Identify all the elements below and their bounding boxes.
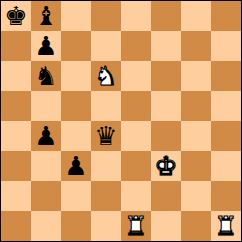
square-b2[interactable] xyxy=(31,181,61,211)
square-h4[interactable] xyxy=(211,121,241,151)
white-knight-piece[interactable]: ♞ xyxy=(94,61,117,91)
square-f3[interactable]: ♚ xyxy=(151,151,181,181)
square-g6[interactable] xyxy=(181,61,211,91)
square-f2[interactable] xyxy=(151,181,181,211)
square-f8[interactable] xyxy=(151,1,181,31)
square-d5[interactable] xyxy=(91,91,121,121)
square-g8[interactable] xyxy=(181,1,211,31)
square-d7[interactable] xyxy=(91,31,121,61)
square-b3[interactable] xyxy=(31,151,61,181)
square-e2[interactable] xyxy=(121,181,151,211)
square-h8[interactable] xyxy=(211,1,241,31)
square-d4[interactable]: ♛ xyxy=(91,121,121,151)
square-d3[interactable] xyxy=(91,151,121,181)
square-c2[interactable] xyxy=(61,181,91,211)
square-d1[interactable] xyxy=(91,211,121,241)
black-pawn-piece[interactable]: ♟ xyxy=(64,151,87,181)
square-c5[interactable] xyxy=(61,91,91,121)
square-e5[interactable] xyxy=(121,91,151,121)
square-b8[interactable]: ♝ xyxy=(31,1,61,31)
black-bishop-piece[interactable]: ♝ xyxy=(34,1,57,31)
square-f5[interactable] xyxy=(151,91,181,121)
square-g3[interactable] xyxy=(181,151,211,181)
square-a7[interactable] xyxy=(1,31,31,61)
square-a5[interactable] xyxy=(1,91,31,121)
square-d8[interactable] xyxy=(91,1,121,31)
square-b6[interactable]: ♞ xyxy=(31,61,61,91)
square-c7[interactable] xyxy=(61,31,91,61)
black-queen-piece[interactable]: ♛ xyxy=(94,121,117,151)
square-h2[interactable] xyxy=(211,181,241,211)
square-g7[interactable] xyxy=(181,31,211,61)
square-c8[interactable] xyxy=(61,1,91,31)
square-g2[interactable] xyxy=(181,181,211,211)
square-b5[interactable] xyxy=(31,91,61,121)
square-h1[interactable]: ♜ xyxy=(211,211,241,241)
square-h3[interactable] xyxy=(211,151,241,181)
square-f4[interactable] xyxy=(151,121,181,151)
square-a8[interactable]: ♚ xyxy=(1,1,31,31)
square-h7[interactable] xyxy=(211,31,241,61)
square-a3[interactable] xyxy=(1,151,31,181)
square-b4[interactable]: ♟ xyxy=(31,121,61,151)
chess-board: ♚♝♟♞♞♟♛♟♚♜♜ xyxy=(0,0,242,242)
square-g1[interactable] xyxy=(181,211,211,241)
square-f7[interactable] xyxy=(151,31,181,61)
black-king-piece[interactable]: ♚ xyxy=(4,1,27,31)
white-rook-piece[interactable]: ♜ xyxy=(124,211,147,241)
square-d6[interactable]: ♞ xyxy=(91,61,121,91)
square-h5[interactable] xyxy=(211,91,241,121)
white-king-piece[interactable]: ♚ xyxy=(154,151,177,181)
square-c6[interactable] xyxy=(61,61,91,91)
square-e6[interactable] xyxy=(121,61,151,91)
square-c3[interactable]: ♟ xyxy=(61,151,91,181)
white-rook-piece[interactable]: ♜ xyxy=(214,211,237,241)
square-c1[interactable] xyxy=(61,211,91,241)
black-pawn-piece[interactable]: ♟ xyxy=(34,121,57,151)
square-e1[interactable]: ♜ xyxy=(121,211,151,241)
square-e7[interactable] xyxy=(121,31,151,61)
square-a2[interactable] xyxy=(1,181,31,211)
square-a4[interactable] xyxy=(1,121,31,151)
square-a1[interactable] xyxy=(1,211,31,241)
square-a6[interactable] xyxy=(1,61,31,91)
square-b7[interactable]: ♟ xyxy=(31,31,61,61)
square-f1[interactable] xyxy=(151,211,181,241)
black-pawn-piece[interactable]: ♟ xyxy=(34,31,57,61)
square-h6[interactable] xyxy=(211,61,241,91)
square-e8[interactable] xyxy=(121,1,151,31)
square-g5[interactable] xyxy=(181,91,211,121)
square-d2[interactable] xyxy=(91,181,121,211)
black-knight-piece[interactable]: ♞ xyxy=(34,61,57,91)
square-e4[interactable] xyxy=(121,121,151,151)
square-e3[interactable] xyxy=(121,151,151,181)
square-g4[interactable] xyxy=(181,121,211,151)
square-f6[interactable] xyxy=(151,61,181,91)
square-b1[interactable] xyxy=(31,211,61,241)
square-c4[interactable] xyxy=(61,121,91,151)
